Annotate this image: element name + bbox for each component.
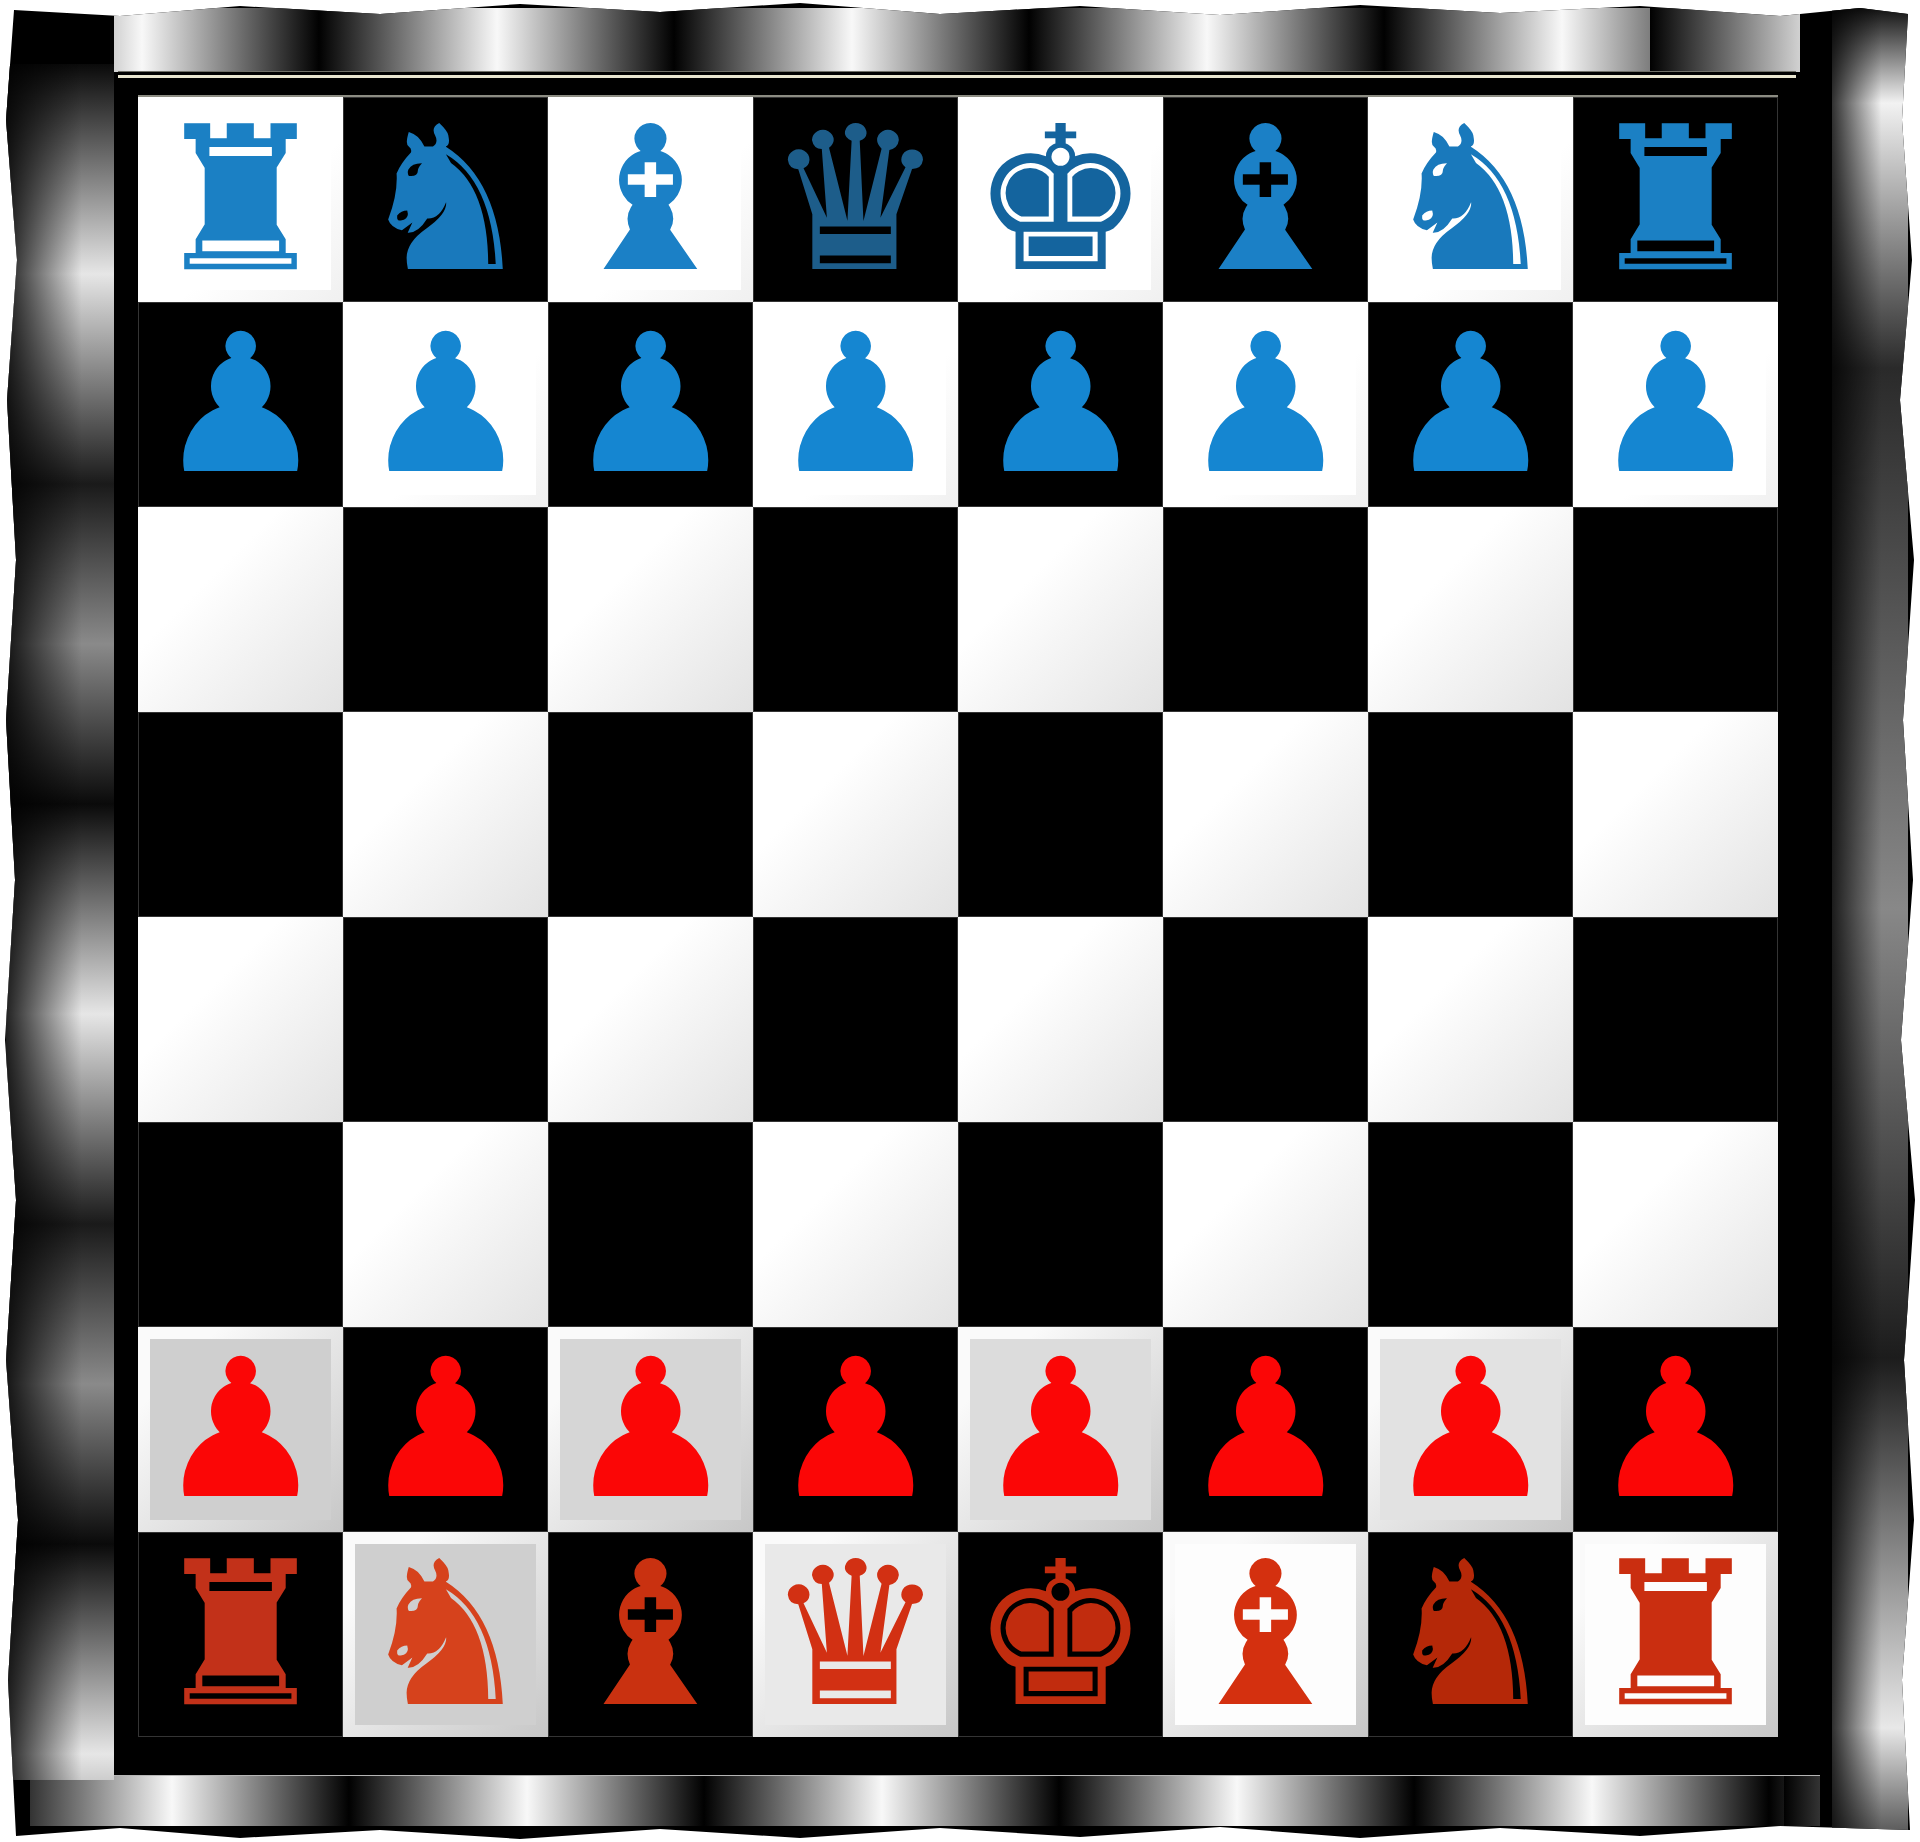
- square-d3[interactable]: [753, 1122, 958, 1327]
- square-a3[interactable]: [138, 1122, 343, 1327]
- square-f2[interactable]: ♟: [1163, 1327, 1368, 1532]
- blue-pawn-icon[interactable]: ♟: [154, 314, 326, 495]
- piece-tile-h2: ♟: [1585, 1339, 1766, 1520]
- red-queen-icon[interactable]: ♛: [766, 1544, 945, 1725]
- square-e8[interactable]: ♚: [958, 97, 1163, 302]
- square-d2[interactable]: ♟: [753, 1327, 958, 1532]
- piece-tile-e2: ♟: [970, 1339, 1151, 1520]
- square-g7[interactable]: ♟: [1368, 302, 1573, 507]
- blue-pawn-icon[interactable]: ♟: [359, 314, 531, 495]
- square-e2[interactable]: ♟: [958, 1327, 1163, 1532]
- square-e3[interactable]: [958, 1122, 1163, 1327]
- square-h6[interactable]: [1573, 507, 1778, 712]
- red-pawn-icon[interactable]: ♟: [1589, 1339, 1761, 1520]
- piece-tile-g1: ♞: [1380, 1544, 1561, 1725]
- piece-tile-a7: ♟: [150, 314, 331, 495]
- blue-bishop-icon[interactable]: ♝: [561, 109, 740, 290]
- red-rook-icon[interactable]: ♜: [1586, 1544, 1765, 1725]
- frame-metallic-band-right: [1832, 8, 1908, 1836]
- square-h4[interactable]: [1573, 917, 1778, 1122]
- square-e4[interactable]: [958, 917, 1163, 1122]
- square-b8[interactable]: ♞: [343, 97, 548, 302]
- square-a5[interactable]: [138, 712, 343, 917]
- piece-tile-c1: ♝: [560, 1544, 741, 1725]
- piece-tile-f7: ♟: [1175, 314, 1356, 495]
- square-a1[interactable]: ♜: [138, 1532, 343, 1737]
- piece-tile-h8: ♜: [1585, 109, 1766, 290]
- blue-rook-icon[interactable]: ♜: [151, 109, 330, 290]
- square-e5[interactable]: [958, 712, 1163, 917]
- square-f8[interactable]: ♝: [1163, 97, 1368, 302]
- red-knight-icon[interactable]: ♞: [1381, 1544, 1560, 1725]
- square-e6[interactable]: [958, 507, 1163, 712]
- blue-pawn-icon[interactable]: ♟: [1589, 314, 1761, 495]
- blue-pawn-icon[interactable]: ♟: [1384, 314, 1556, 495]
- square-h5[interactable]: [1573, 712, 1778, 917]
- blue-queen-icon[interactable]: ♛: [766, 109, 945, 290]
- red-pawn-icon[interactable]: ♟: [154, 1339, 326, 1520]
- piece-tile-d1: ♛: [765, 1544, 946, 1725]
- square-h2[interactable]: ♟: [1573, 1327, 1778, 1532]
- piece-tile-h7: ♟: [1585, 314, 1766, 495]
- square-c2[interactable]: ♟: [548, 1327, 753, 1532]
- square-c7[interactable]: ♟: [548, 302, 753, 507]
- red-pawn-icon[interactable]: ♟: [564, 1339, 736, 1520]
- piece-tile-b2: ♟: [355, 1339, 536, 1520]
- square-h3[interactable]: [1573, 1122, 1778, 1327]
- square-e7[interactable]: ♟: [958, 302, 1163, 507]
- piece-tile-a8: ♜: [150, 109, 331, 290]
- square-d1[interactable]: ♛: [753, 1532, 958, 1737]
- piece-tile-a1: ♜: [150, 1544, 331, 1725]
- red-pawn-icon[interactable]: ♟: [769, 1339, 941, 1520]
- square-a4[interactable]: [138, 917, 343, 1122]
- red-king-icon[interactable]: ♚: [971, 1544, 1150, 1725]
- piece-tile-c7: ♟: [560, 314, 741, 495]
- piece-tile-b1: ♞: [355, 1544, 536, 1725]
- square-f4[interactable]: [1163, 917, 1368, 1122]
- piece-tile-f1: ♝: [1175, 1544, 1356, 1725]
- frame-metallic-band-top: [114, 8, 1800, 72]
- frame-inner-accent-line: [118, 75, 1796, 78]
- red-pawn-icon[interactable]: ♟: [1179, 1339, 1351, 1520]
- red-pawn-icon[interactable]: ♟: [359, 1339, 531, 1520]
- square-f3[interactable]: [1163, 1122, 1368, 1327]
- square-a8[interactable]: ♜: [138, 97, 343, 302]
- piece-tile-b8: ♞: [355, 109, 536, 290]
- piece-tile-d2: ♟: [765, 1339, 946, 1520]
- frame-inner-line-shadow: [118, 71, 1796, 72]
- square-c3[interactable]: [548, 1122, 753, 1327]
- frame-metallic-band-left: [6, 64, 114, 1780]
- square-b2[interactable]: ♟: [343, 1327, 548, 1532]
- piece-tile-g8: ♞: [1380, 109, 1561, 290]
- square-b5[interactable]: [343, 712, 548, 917]
- piece-tile-c2: ♟: [560, 1339, 741, 1520]
- square-g2[interactable]: ♟: [1368, 1327, 1573, 1532]
- piece-tile-d7: ♟: [765, 314, 946, 495]
- blue-rook-icon[interactable]: ♜: [1586, 109, 1765, 290]
- red-pawn-icon[interactable]: ♟: [974, 1339, 1146, 1520]
- chess-board: ♜♞♝♛♚♝♞♜♟♟♟♟♟♟♟♟♟♟♟♟♟♟♟♟♜♞♝♛♚♝♞♜: [138, 95, 1778, 1737]
- piece-tile-h1: ♜: [1585, 1544, 1766, 1725]
- decorative-frame: ♜♞♝♛♚♝♞♜♟♟♟♟♟♟♟♟♟♟♟♟♟♟♟♟♜♞♝♛♚♝♞♜: [0, 0, 1920, 1842]
- square-d7[interactable]: ♟: [753, 302, 958, 507]
- square-f7[interactable]: ♟: [1163, 302, 1368, 507]
- square-b6[interactable]: [343, 507, 548, 712]
- piece-tile-e8: ♚: [970, 109, 1151, 290]
- square-h1[interactable]: ♜: [1573, 1532, 1778, 1737]
- blue-pawn-icon[interactable]: ♟: [1179, 314, 1351, 495]
- blue-pawn-icon[interactable]: ♟: [769, 314, 941, 495]
- piece-tile-f8: ♝: [1175, 109, 1356, 290]
- piece-tile-b7: ♟: [355, 314, 536, 495]
- square-a2[interactable]: ♟: [138, 1327, 343, 1532]
- piece-tile-g2: ♟: [1380, 1339, 1561, 1520]
- square-g5[interactable]: [1368, 712, 1573, 917]
- piece-tile-c8: ♝: [560, 109, 741, 290]
- red-pawn-icon[interactable]: ♟: [1384, 1339, 1556, 1520]
- square-g1[interactable]: ♞: [1368, 1532, 1573, 1737]
- blue-bishop-icon[interactable]: ♝: [1176, 109, 1355, 290]
- piece-tile-a2: ♟: [150, 1339, 331, 1520]
- square-c1[interactable]: ♝: [548, 1532, 753, 1737]
- square-d6[interactable]: [753, 507, 958, 712]
- square-a6[interactable]: [138, 507, 343, 712]
- blue-pawn-icon[interactable]: ♟: [974, 314, 1146, 495]
- red-bishop-icon[interactable]: ♝: [561, 1544, 740, 1725]
- square-b4[interactable]: [343, 917, 548, 1122]
- blue-knight-icon[interactable]: ♞: [356, 109, 535, 290]
- square-a7[interactable]: ♟: [138, 302, 343, 507]
- blue-pawn-icon[interactable]: ♟: [564, 314, 736, 495]
- frame-metallic-band-bottom: [30, 1775, 1820, 1826]
- square-b1[interactable]: ♞: [343, 1532, 548, 1737]
- piece-tile-g7: ♟: [1380, 314, 1561, 495]
- chess-app-window: ♜♞♝♛♚♝♞♜♟♟♟♟♟♟♟♟♟♟♟♟♟♟♟♟♜♞♝♛♚♝♞♜: [0, 0, 1920, 1842]
- red-knight-icon[interactable]: ♞: [356, 1544, 535, 1725]
- piece-tile-e1: ♚: [970, 1544, 1151, 1725]
- square-c8[interactable]: ♝: [548, 97, 753, 302]
- square-c6[interactable]: [548, 507, 753, 712]
- square-b3[interactable]: [343, 1122, 548, 1327]
- square-f5[interactable]: [1163, 712, 1368, 917]
- square-e1[interactable]: ♚: [958, 1532, 1163, 1737]
- red-rook-icon[interactable]: ♜: [151, 1544, 330, 1725]
- square-b7[interactable]: ♟: [343, 302, 548, 507]
- piece-tile-e7: ♟: [970, 314, 1151, 495]
- square-g3[interactable]: [1368, 1122, 1573, 1327]
- square-g6[interactable]: [1368, 507, 1573, 712]
- square-h7[interactable]: ♟: [1573, 302, 1778, 507]
- square-d5[interactable]: [753, 712, 958, 917]
- square-g4[interactable]: [1368, 917, 1573, 1122]
- square-g8[interactable]: ♞: [1368, 97, 1573, 302]
- square-c4[interactable]: [548, 917, 753, 1122]
- square-f1[interactable]: ♝: [1163, 1532, 1368, 1737]
- blue-king-icon[interactable]: ♚: [971, 109, 1150, 290]
- square-d4[interactable]: [753, 917, 958, 1122]
- square-c5[interactable]: [548, 712, 753, 917]
- piece-tile-f2: ♟: [1175, 1339, 1356, 1520]
- square-f6[interactable]: [1163, 507, 1368, 712]
- square-d8[interactable]: ♛: [753, 97, 958, 302]
- piece-tile-d8: ♛: [765, 109, 946, 290]
- red-bishop-icon[interactable]: ♝: [1176, 1544, 1355, 1725]
- blue-knight-icon[interactable]: ♞: [1381, 109, 1560, 290]
- square-h8[interactable]: ♜: [1573, 97, 1778, 302]
